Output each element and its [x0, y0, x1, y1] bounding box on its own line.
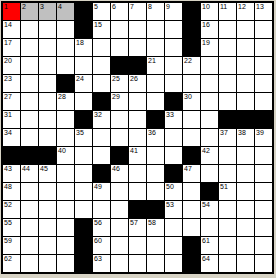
block-cell-r14c5: [75, 237, 92, 254]
cell-r13c2[interactable]: [21, 219, 38, 236]
cell-r5c2[interactable]: [21, 75, 38, 92]
clue-number: 30: [184, 93, 192, 101]
cell-r13c3[interactable]: [39, 219, 56, 236]
cell-r6c7[interactable]: 29: [111, 93, 128, 110]
cell-r9c9[interactable]: [147, 147, 164, 164]
cell-r12c13[interactable]: [219, 201, 236, 218]
clue-number: 42: [202, 147, 210, 155]
block-cell-r4c8: [129, 57, 146, 74]
cell-r15c4[interactable]: [57, 255, 74, 272]
cell-r1c14[interactable]: 12: [237, 3, 254, 20]
cell-r10c14[interactable]: [237, 165, 254, 182]
cell-r14c12[interactable]: 61: [201, 237, 218, 254]
clue-number: 18: [76, 39, 84, 47]
cell-r15c14[interactable]: [237, 255, 254, 272]
clue-number: 58: [148, 219, 156, 227]
cell-r5c15[interactable]: [255, 75, 272, 92]
clue-number: 31: [4, 111, 12, 119]
cell-r5c10[interactable]: [165, 75, 182, 92]
clue-number: 35: [76, 129, 84, 137]
clue-number: 63: [94, 255, 102, 263]
cell-r12c14[interactable]: [237, 201, 254, 218]
cell-r7c3[interactable]: [39, 111, 56, 128]
clue-number: 29: [112, 93, 120, 101]
clue-number: 17: [4, 39, 12, 47]
cell-r9c14[interactable]: [237, 147, 254, 164]
clue-number: 46: [112, 165, 120, 173]
cell-r2c9[interactable]: [147, 21, 164, 38]
cell-r1c15[interactable]: 13: [255, 3, 272, 20]
cell-r8c15[interactable]: 39: [255, 129, 272, 146]
cell-r1c4[interactable]: 4: [57, 3, 74, 20]
cell-r4c2[interactable]: [21, 57, 38, 74]
clue-number: 7: [130, 3, 134, 11]
cell-r14c13[interactable]: [219, 237, 236, 254]
clue-number: 8: [148, 3, 152, 11]
cell-r12c11[interactable]: [183, 201, 200, 218]
clue-number: 4: [58, 3, 62, 11]
cell-r13c10[interactable]: [165, 219, 182, 236]
cell-r3c14[interactable]: [237, 39, 254, 56]
block-cell-r9c11: [183, 147, 200, 164]
cell-r3c15[interactable]: [255, 39, 272, 56]
clue-number: 64: [202, 255, 210, 263]
cell-r12c12[interactable]: 54: [201, 201, 218, 218]
clue-number: 23: [4, 75, 12, 83]
cell-r15c13[interactable]: [219, 255, 236, 272]
cell-r8c1[interactable]: 34: [3, 129, 20, 146]
block-cell-r6c6: [93, 93, 110, 110]
cell-r2c14[interactable]: [237, 21, 254, 38]
cell-r7c8[interactable]: [129, 111, 146, 128]
cell-r6c1[interactable]: 27: [3, 93, 20, 110]
cell-r2c8[interactable]: [129, 21, 146, 38]
cell-r13c7[interactable]: [111, 219, 128, 236]
cell-r11c3[interactable]: [39, 183, 56, 200]
cell-r9c5[interactable]: [75, 147, 92, 164]
cell-r8c14[interactable]: 38: [237, 129, 254, 146]
cell-r8c2[interactable]: [21, 129, 38, 146]
cell-r14c6[interactable]: 60: [93, 237, 110, 254]
cell-r7c10[interactable]: 33: [165, 111, 182, 128]
cell-r4c3[interactable]: [39, 57, 56, 74]
cell-r10c8[interactable]: [129, 165, 146, 182]
cell-r6c5[interactable]: [75, 93, 92, 110]
block-cell-r7c5: [75, 111, 92, 128]
cell-r9c8[interactable]: 41: [129, 147, 146, 164]
block-cell-r9c7: [111, 147, 128, 164]
cell-r9c12[interactable]: 42: [201, 147, 218, 164]
cell-r3c7[interactable]: [111, 39, 128, 56]
cell-r4c10[interactable]: [165, 57, 182, 74]
cell-r11c1[interactable]: 48: [3, 183, 20, 200]
cell-r6c15[interactable]: [255, 93, 272, 110]
clue-number: 28: [58, 93, 66, 101]
cell-r2c15[interactable]: [255, 21, 272, 38]
cell-r3c12[interactable]: 19: [201, 39, 218, 56]
clue-number: 27: [4, 93, 12, 101]
cell-r8c3[interactable]: [39, 129, 56, 146]
cell-r12c3[interactable]: [39, 201, 56, 218]
cell-r1c2[interactable]: 2: [21, 3, 38, 20]
cell-r10c2[interactable]: 44: [21, 165, 38, 182]
cell-r4c15[interactable]: [255, 57, 272, 74]
clue-number: 49: [94, 183, 102, 191]
cell-r15c8[interactable]: [129, 255, 146, 272]
cell-r13c1[interactable]: 55: [3, 219, 20, 236]
clue-number: 9: [166, 3, 170, 11]
cell-r1c10[interactable]: 9: [165, 3, 182, 20]
clue-number: 47: [184, 165, 192, 173]
cell-r7c6[interactable]: 32: [93, 111, 110, 128]
block-cell-r5c4: [57, 75, 74, 92]
clue-number: 32: [94, 111, 102, 119]
crossword-grid: 1234567891011121314151617181920212223242…: [1, 1, 274, 274]
cell-r7c2[interactable]: [21, 111, 38, 128]
block-cell-r6c10: [165, 93, 182, 110]
cell-r1c8[interactable]: 7: [129, 3, 146, 20]
cell-r5c1[interactable]: 23: [3, 75, 20, 92]
cell-r11c9[interactable]: [147, 183, 164, 200]
cell-r10c4[interactable]: [57, 165, 74, 182]
cell-r2c4[interactable]: [57, 21, 74, 38]
cell-r9c6[interactable]: [93, 147, 110, 164]
clue-number: 33: [166, 111, 174, 119]
cell-r14c7[interactable]: [111, 237, 128, 254]
cell-r13c12[interactable]: [201, 219, 218, 236]
cell-r11c14[interactable]: [237, 183, 254, 200]
clue-number: 19: [202, 39, 210, 47]
cell-r10c3[interactable]: 45: [39, 165, 56, 182]
cell-r12c7[interactable]: [111, 201, 128, 218]
clue-number: 61: [202, 237, 210, 245]
clue-number: 5: [94, 3, 98, 11]
cell-r3c8[interactable]: [129, 39, 146, 56]
clue-number: 41: [130, 147, 138, 155]
cell-r11c2[interactable]: [21, 183, 38, 200]
clue-number: 39: [256, 129, 264, 137]
cell-r2c6[interactable]: 15: [93, 21, 110, 38]
cell-r11c6[interactable]: 49: [93, 183, 110, 200]
cell-r3c1[interactable]: 17: [3, 39, 20, 56]
cell-r1c6[interactable]: 5: [93, 3, 110, 20]
cell-r8c13[interactable]: 37: [219, 129, 236, 146]
cell-r2c2[interactable]: [21, 21, 38, 38]
cell-r13c11[interactable]: [183, 219, 200, 236]
block-cell-r2c5: [75, 21, 92, 38]
cell-r10c13[interactable]: [219, 165, 236, 182]
block-cell-r1c5: [75, 3, 92, 20]
cell-r12c5[interactable]: [75, 201, 92, 218]
cell-r3c13[interactable]: [219, 39, 236, 56]
cell-r13c8[interactable]: 57: [129, 219, 146, 236]
cell-r2c1[interactable]: 14: [3, 21, 20, 38]
cell-r8c4[interactable]: [57, 129, 74, 146]
cell-r14c1[interactable]: 59: [3, 237, 20, 254]
cell-r6c3[interactable]: [39, 93, 56, 110]
block-cell-r3c11: [183, 39, 200, 56]
cell-r8c8[interactable]: [129, 129, 146, 146]
cell-r4c1[interactable]: 20: [3, 57, 20, 74]
cell-r12c4[interactable]: [57, 201, 74, 218]
cell-r10c7[interactable]: 46: [111, 165, 128, 182]
cell-r3c9[interactable]: [147, 39, 164, 56]
cell-r10c11[interactable]: 47: [183, 165, 200, 182]
cell-r12c10[interactable]: 53: [165, 201, 182, 218]
cell-r11c4[interactable]: [57, 183, 74, 200]
clue-number: 11: [220, 3, 227, 11]
cell-r1c3[interactable]: 3: [39, 3, 56, 20]
cell-r8c10[interactable]: [165, 129, 182, 146]
clue-number: 1: [4, 3, 8, 11]
cell-r12c1[interactable]: 52: [3, 201, 20, 218]
clue-number: 21: [148, 57, 156, 65]
cell-r15c9[interactable]: [147, 255, 164, 272]
cell-r15c1[interactable]: 62: [3, 255, 20, 272]
cell-r4c12[interactable]: [201, 57, 218, 74]
cell-r4c4[interactable]: [57, 57, 74, 74]
clue-number: 12: [238, 3, 246, 11]
clue-number: 16: [202, 21, 210, 29]
cell-r4c13[interactable]: [219, 57, 236, 74]
clue-number: 60: [94, 237, 102, 245]
cell-r2c10[interactable]: [165, 21, 182, 38]
clue-number: 3: [40, 3, 44, 11]
cell-r9c10[interactable]: [165, 147, 182, 164]
cell-r6c8[interactable]: [129, 93, 146, 110]
cell-r2c13[interactable]: [219, 21, 236, 38]
cell-r3c3[interactable]: [39, 39, 56, 56]
clue-number: 50: [166, 183, 174, 191]
block-cell-r10c10: [165, 165, 182, 182]
cell-r10c5[interactable]: [75, 165, 92, 182]
cell-r1c7[interactable]: 6: [111, 3, 128, 20]
cell-r12c2[interactable]: [21, 201, 38, 218]
cell-r8c12[interactable]: [201, 129, 218, 146]
cell-r5c7[interactable]: 25: [111, 75, 128, 92]
cell-r14c2[interactable]: [21, 237, 38, 254]
clue-number: 2: [22, 3, 26, 11]
block-cell-r1c11: [183, 3, 200, 20]
cell-r10c1[interactable]: 43: [3, 165, 20, 182]
cell-r15c3[interactable]: [39, 255, 56, 272]
cell-r11c8[interactable]: [129, 183, 146, 200]
cell-r2c12[interactable]: 16: [201, 21, 218, 38]
cell-r8c11[interactable]: [183, 129, 200, 146]
cell-r14c14[interactable]: [237, 237, 254, 254]
cell-r3c6[interactable]: [93, 39, 110, 56]
cell-r7c4[interactable]: [57, 111, 74, 128]
clue-number: 59: [4, 237, 12, 245]
clue-number: 54: [202, 201, 210, 209]
clue-number: 48: [4, 183, 12, 191]
cell-r13c9[interactable]: 58: [147, 219, 164, 236]
cell-r6c14[interactable]: [237, 93, 254, 110]
cell-r15c7[interactable]: [111, 255, 128, 272]
cell-r7c11[interactable]: [183, 111, 200, 128]
cell-r11c5[interactable]: [75, 183, 92, 200]
cell-r15c12[interactable]: 64: [201, 255, 218, 272]
clue-number: 57: [130, 219, 138, 227]
cell-r5c9[interactable]: [147, 75, 164, 92]
cell-r12c15[interactable]: [255, 201, 272, 218]
cell-r15c15[interactable]: [255, 255, 272, 272]
clue-number: 15: [94, 21, 102, 29]
clue-number: 37: [220, 129, 228, 137]
block-cell-r9c1: [3, 147, 20, 164]
cell-r6c13[interactable]: [219, 93, 236, 110]
cell-r4c6[interactable]: [93, 57, 110, 74]
cell-r14c10[interactable]: [165, 237, 182, 254]
cell-r13c14[interactable]: [237, 219, 254, 236]
clue-number: 22: [184, 57, 192, 65]
clue-number: 62: [4, 255, 12, 263]
cell-r8c9[interactable]: 36: [147, 129, 164, 146]
clue-number: 14: [4, 21, 12, 29]
cell-r1c1[interactable]: 1: [3, 3, 20, 20]
cell-r14c4[interactable]: [57, 237, 74, 254]
clue-number: 25: [112, 75, 120, 83]
cell-r11c7[interactable]: [111, 183, 128, 200]
block-cell-r4c7: [111, 57, 128, 74]
cell-r6c9[interactable]: [147, 93, 164, 110]
cell-r6c4[interactable]: 28: [57, 93, 74, 110]
cell-r5c13[interactable]: [219, 75, 236, 92]
clue-number: 40: [58, 147, 66, 155]
clue-number: 24: [76, 75, 84, 83]
cell-r5c3[interactable]: [39, 75, 56, 92]
cell-r7c1[interactable]: 31: [3, 111, 20, 128]
clue-number: 53: [166, 201, 174, 209]
cell-r5c14[interactable]: [237, 75, 254, 92]
clue-number: 43: [4, 165, 12, 173]
clue-number: 52: [4, 201, 12, 209]
cell-r13c13[interactable]: [219, 219, 236, 236]
cell-r14c9[interactable]: [147, 237, 164, 254]
cell-r14c15[interactable]: [255, 237, 272, 254]
cell-r5c6[interactable]: [93, 75, 110, 92]
cell-r6c2[interactable]: [21, 93, 38, 110]
cell-r3c4[interactable]: [57, 39, 74, 56]
clue-number: 44: [22, 165, 30, 173]
cell-r6c12[interactable]: [201, 93, 218, 110]
cell-r5c11[interactable]: [183, 75, 200, 92]
cell-r7c7[interactable]: [111, 111, 128, 128]
cell-r4c14[interactable]: [237, 57, 254, 74]
clue-number: 36: [148, 129, 156, 137]
cell-r9c13[interactable]: [219, 147, 236, 164]
block-cell-r7c13: [219, 111, 236, 128]
cell-r12c6[interactable]: [93, 201, 110, 218]
block-cell-r7c9: [147, 111, 164, 128]
cell-r1c12[interactable]: 10: [201, 3, 218, 20]
block-cell-r10c6: [93, 165, 110, 182]
block-cell-r9c3: [39, 147, 56, 164]
cell-r14c8[interactable]: [129, 237, 146, 254]
cell-r13c4[interactable]: [57, 219, 74, 236]
cell-r13c15[interactable]: [255, 219, 272, 236]
clue-number: 10: [202, 3, 210, 11]
block-cell-r9c2: [21, 147, 38, 164]
block-cell-r11c12: [201, 183, 218, 200]
block-cell-r15c11: [183, 255, 200, 272]
block-cell-r12c9: [147, 201, 164, 218]
cell-r9c15[interactable]: [255, 147, 272, 164]
clue-number: 55: [4, 219, 12, 227]
block-cell-r12c8: [129, 201, 146, 218]
cell-r14c3[interactable]: [39, 237, 56, 254]
block-cell-r13c5: [75, 219, 92, 236]
cell-r5c8[interactable]: 26: [129, 75, 146, 92]
clue-number: 34: [4, 129, 12, 137]
cell-r10c15[interactable]: [255, 165, 272, 182]
cell-r8c7[interactable]: [111, 129, 128, 146]
cell-r11c15[interactable]: [255, 183, 272, 200]
cell-r8c6[interactable]: [93, 129, 110, 146]
cell-r10c9[interactable]: [147, 165, 164, 182]
clue-number: 38: [238, 129, 246, 137]
block-cell-r7c15: [255, 111, 272, 128]
cell-r3c2[interactable]: [21, 39, 38, 56]
cell-r11c10[interactable]: 50: [165, 183, 182, 200]
cell-r3c10[interactable]: [165, 39, 182, 56]
block-cell-r14c11: [183, 237, 200, 254]
cell-r8c5[interactable]: 35: [75, 129, 92, 146]
cell-r13c6[interactable]: 56: [93, 219, 110, 236]
clue-number: 51: [220, 183, 228, 191]
cell-r9c4[interactable]: 40: [57, 147, 74, 164]
cell-r4c11[interactable]: 22: [183, 57, 200, 74]
block-cell-r7c14: [237, 111, 254, 128]
cell-r6c11[interactable]: 30: [183, 93, 200, 110]
cell-r5c12[interactable]: [201, 75, 218, 92]
cell-r11c11[interactable]: [183, 183, 200, 200]
cell-r15c2[interactable]: [21, 255, 38, 272]
clue-number: 13: [256, 3, 264, 11]
cell-r7c12[interactable]: [201, 111, 218, 128]
crossword-frame: 1234567891011121314151617181920212223242…: [0, 0, 276, 278]
cell-r15c6[interactable]: 63: [93, 255, 110, 272]
block-cell-r2c11: [183, 21, 200, 38]
cell-r11c13[interactable]: 51: [219, 183, 236, 200]
clue-number: 45: [40, 165, 48, 173]
clue-number: 6: [112, 3, 116, 11]
cell-r1c13[interactable]: 11: [219, 3, 236, 20]
cell-r1c9[interactable]: 8: [147, 3, 164, 20]
cell-r15c10[interactable]: [165, 255, 182, 272]
cell-r2c7[interactable]: [111, 21, 128, 38]
clue-number: 56: [94, 219, 102, 227]
cell-r4c5[interactable]: [75, 57, 92, 74]
clue-number: 20: [4, 57, 12, 65]
cell-r5c5[interactable]: 24: [75, 75, 92, 92]
cell-r10c12[interactable]: [201, 165, 218, 182]
clue-number: 26: [130, 75, 138, 83]
cell-r2c3[interactable]: [39, 21, 56, 38]
block-cell-r15c5: [75, 255, 92, 272]
cell-r4c9[interactable]: 21: [147, 57, 164, 74]
cell-r3c5[interactable]: 18: [75, 39, 92, 56]
